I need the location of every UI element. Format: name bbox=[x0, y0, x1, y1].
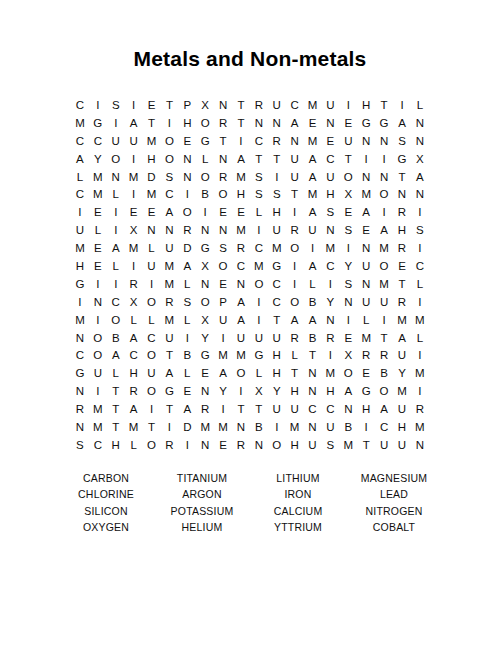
grid-cell-r8c17: E bbox=[357, 221, 375, 239]
puzzle-title: Metals and Non-metals bbox=[0, 47, 500, 71]
grid-cell-r11c15: I bbox=[321, 275, 339, 293]
grid-cell-r2c7: H bbox=[178, 114, 196, 132]
grid-cell-r4c2: Y bbox=[89, 150, 107, 168]
grid-cell-r19c6: I bbox=[160, 418, 178, 436]
grid-cell-r18c5: I bbox=[143, 400, 161, 418]
grid-cell-r18c6: T bbox=[160, 400, 178, 418]
grid-cell-r17c13: H bbox=[286, 382, 304, 400]
word-list-item: MAGNESIUM bbox=[346, 470, 442, 486]
grid-cell-r7c4: E bbox=[125, 203, 143, 221]
grid-cell-r9c15: M bbox=[321, 239, 339, 257]
grid-cell-r16c10: O bbox=[232, 364, 250, 382]
grid-cell-r13c11: I bbox=[250, 311, 268, 329]
grid-cell-r6c7: I bbox=[178, 185, 196, 203]
grid-cell-r13c17: L bbox=[357, 311, 375, 329]
grid-cell-r16c17: E bbox=[357, 364, 375, 382]
grid-cell-r9c10: R bbox=[232, 239, 250, 257]
grid-cell-r12c3: C bbox=[107, 293, 125, 311]
grid-cell-r14c10: U bbox=[232, 329, 250, 347]
grid-cell-r11c11: O bbox=[250, 275, 268, 293]
grid-cell-r7c16: E bbox=[339, 203, 357, 221]
grid-cell-r15c11: G bbox=[250, 346, 268, 364]
grid-cell-r15c17: R bbox=[357, 346, 375, 364]
grid-cell-r9c14: I bbox=[304, 239, 322, 257]
grid-cell-r13c20: M bbox=[411, 311, 429, 329]
grid-cell-r20c17: T bbox=[357, 436, 375, 454]
grid-cell-r8c5: N bbox=[143, 221, 161, 239]
grid-cell-r18c8: R bbox=[196, 400, 214, 418]
grid-cell-r17c4: R bbox=[125, 382, 143, 400]
grid-cell-r17c18: O bbox=[375, 382, 393, 400]
grid-cell-r10c12: G bbox=[268, 257, 286, 275]
grid-cell-r19c3: T bbox=[107, 418, 125, 436]
grid-cell-r1c10: T bbox=[232, 96, 250, 114]
grid-cell-r12c4: X bbox=[125, 293, 143, 311]
grid-cell-r1c17: H bbox=[357, 96, 375, 114]
grid-cell-r20c1: S bbox=[71, 436, 89, 454]
grid-cell-r1c6: T bbox=[160, 96, 178, 114]
grid-cell-r8c15: N bbox=[321, 221, 339, 239]
grid-cell-r16c7: L bbox=[178, 364, 196, 382]
grid-cell-r4c13: U bbox=[286, 150, 304, 168]
grid-cell-r10c19: E bbox=[393, 257, 411, 275]
grid-cell-r3c1: C bbox=[71, 132, 89, 150]
grid-cell-r10c20: C bbox=[411, 257, 429, 275]
grid-cell-r14c18: T bbox=[375, 329, 393, 347]
grid-cell-r9c4: M bbox=[125, 239, 143, 257]
grid-cell-r20c6: R bbox=[160, 436, 178, 454]
grid-cell-r2c11: N bbox=[250, 114, 268, 132]
grid-cell-r12c13: O bbox=[286, 293, 304, 311]
grid-cell-r1c8: X bbox=[196, 96, 214, 114]
grid-cell-r20c2: C bbox=[89, 436, 107, 454]
grid-cell-r20c13: H bbox=[286, 436, 304, 454]
grid-cell-r17c6: G bbox=[160, 382, 178, 400]
grid-cell-r17c2: I bbox=[89, 382, 107, 400]
grid-cell-r6c11: S bbox=[250, 185, 268, 203]
grid-cell-r14c20: L bbox=[411, 329, 429, 347]
grid-cell-r16c3: L bbox=[107, 364, 125, 382]
grid-cell-r11c16: S bbox=[339, 275, 357, 293]
grid-cell-r17c16: A bbox=[339, 382, 357, 400]
grid-cell-r13c16: I bbox=[339, 311, 357, 329]
grid-cell-r16c13: T bbox=[286, 364, 304, 382]
grid-cell-r14c13: R bbox=[286, 329, 304, 347]
grid-cell-r5c4: M bbox=[125, 168, 143, 186]
word-list-item: CARBON bbox=[58, 470, 154, 486]
grid-cell-r18c7: A bbox=[178, 400, 196, 418]
grid-cell-r16c5: U bbox=[143, 364, 161, 382]
grid-cell-r19c5: T bbox=[143, 418, 161, 436]
grid-cell-r11c4: R bbox=[125, 275, 143, 293]
grid-cell-r6c3: L bbox=[107, 185, 125, 203]
grid-cell-r2c9: R bbox=[214, 114, 232, 132]
grid-cell-r8c16: S bbox=[339, 221, 357, 239]
grid-cell-r4c19: G bbox=[393, 150, 411, 168]
word-list-item: ARGON bbox=[154, 486, 250, 502]
grid-cell-r15c12: H bbox=[268, 346, 286, 364]
grid-cell-r1c13: C bbox=[286, 96, 304, 114]
grid-cell-r14c1: N bbox=[71, 329, 89, 347]
grid-cell-r14c8: Y bbox=[196, 329, 214, 347]
grid-cell-r5c11: S bbox=[250, 168, 268, 186]
grid-cell-r10c6: M bbox=[160, 257, 178, 275]
grid-cell-r13c13: A bbox=[286, 311, 304, 329]
grid-cell-r6c14: M bbox=[304, 185, 322, 203]
grid-cell-r14c7: I bbox=[178, 329, 196, 347]
letter-grid: CISIETPXNTRUCMUIHTILMGIATIHORTNNAENEGGAN… bbox=[71, 96, 429, 454]
grid-cell-r14c12: U bbox=[268, 329, 286, 347]
grid-cell-r6c13: T bbox=[286, 185, 304, 203]
grid-cell-r5c19: T bbox=[393, 168, 411, 186]
grid-cell-r6c9: O bbox=[214, 185, 232, 203]
grid-cell-r2c6: I bbox=[160, 114, 178, 132]
grid-cell-r4c12: T bbox=[268, 150, 286, 168]
grid-cell-r13c12: T bbox=[268, 311, 286, 329]
grid-cell-r10c10: C bbox=[232, 257, 250, 275]
grid-cell-r2c2: G bbox=[89, 114, 107, 132]
grid-cell-r16c16: O bbox=[339, 364, 357, 382]
grid-cell-r10c8: X bbox=[196, 257, 214, 275]
grid-cell-r18c11: T bbox=[250, 400, 268, 418]
grid-cell-r10c17: U bbox=[357, 257, 375, 275]
grid-cell-r6c16: X bbox=[339, 185, 357, 203]
grid-cell-r1c9: N bbox=[214, 96, 232, 114]
grid-cell-r9c17: N bbox=[357, 239, 375, 257]
grid-cell-r17c17: G bbox=[357, 382, 375, 400]
grid-cell-r13c14: A bbox=[304, 311, 322, 329]
grid-cell-r3c13: N bbox=[286, 132, 304, 150]
grid-cell-r16c9: A bbox=[214, 364, 232, 382]
grid-cell-r19c8: M bbox=[196, 418, 214, 436]
grid-cell-r14c2: O bbox=[89, 329, 107, 347]
grid-cell-r5c14: A bbox=[304, 168, 322, 186]
grid-cell-r15c4: C bbox=[125, 346, 143, 364]
word-search-page: Metals and Non-metals CISIETPXNTRUCMUIHT… bbox=[0, 0, 500, 647]
grid-cell-r5c18: N bbox=[375, 168, 393, 186]
grid-cell-r3c19: S bbox=[393, 132, 411, 150]
grid-cell-r6c18: O bbox=[375, 185, 393, 203]
grid-cell-r20c5: O bbox=[143, 436, 161, 454]
grid-cell-r20c14: U bbox=[304, 436, 322, 454]
grid-cell-r13c3: O bbox=[107, 311, 125, 329]
grid-cell-r18c1: R bbox=[71, 400, 89, 418]
grid-cell-r16c14: N bbox=[304, 364, 322, 382]
grid-cell-r16c1: G bbox=[71, 364, 89, 382]
grid-cell-r12c7: S bbox=[178, 293, 196, 311]
grid-cell-r3c14: M bbox=[304, 132, 322, 150]
grid-cell-r5c12: I bbox=[268, 168, 286, 186]
grid-cell-r17c15: H bbox=[321, 382, 339, 400]
grid-cell-r16c20: M bbox=[411, 364, 429, 382]
grid-cell-r1c2: I bbox=[89, 96, 107, 114]
grid-cell-r18c16: N bbox=[339, 400, 357, 418]
grid-cell-r11c19: T bbox=[393, 275, 411, 293]
grid-cell-r8c19: H bbox=[393, 221, 411, 239]
grid-cell-r16c8: E bbox=[196, 364, 214, 382]
grid-cell-r10c9: O bbox=[214, 257, 232, 275]
grid-cell-r12c11: I bbox=[250, 293, 268, 311]
grid-cell-r15c19: U bbox=[393, 346, 411, 364]
grid-cell-r9c16: I bbox=[339, 239, 357, 257]
grid-cell-r13c5: L bbox=[143, 311, 161, 329]
grid-cell-r13c18: I bbox=[375, 311, 393, 329]
grid-cell-r4c7: N bbox=[178, 150, 196, 168]
grid-cell-r6c4: I bbox=[125, 185, 143, 203]
grid-cell-r19c11: B bbox=[250, 418, 268, 436]
word-list-item: NITROGEN bbox=[346, 503, 442, 519]
grid-cell-r2c16: E bbox=[339, 114, 357, 132]
grid-cell-r9c6: U bbox=[160, 239, 178, 257]
grid-cell-r19c12: I bbox=[268, 418, 286, 436]
grid-cell-r20c20: N bbox=[411, 436, 429, 454]
grid-cell-r2c12: N bbox=[268, 114, 286, 132]
grid-cell-r11c17: N bbox=[357, 275, 375, 293]
word-list-item: OXYGEN bbox=[58, 519, 154, 535]
grid-cell-r1c19: I bbox=[393, 96, 411, 114]
grid-cell-r19c18: C bbox=[375, 418, 393, 436]
grid-cell-r17c20: I bbox=[411, 382, 429, 400]
grid-cell-r18c10: T bbox=[232, 400, 250, 418]
grid-cell-r3c2: C bbox=[89, 132, 107, 150]
grid-cell-r12c18: U bbox=[375, 293, 393, 311]
grid-cell-r12c16: N bbox=[339, 293, 357, 311]
grid-cell-r7c13: I bbox=[286, 203, 304, 221]
grid-cell-r10c1: H bbox=[71, 257, 89, 275]
grid-cell-r6c1: C bbox=[71, 185, 89, 203]
grid-cell-r3c11: C bbox=[250, 132, 268, 150]
grid-cell-r4c4: I bbox=[125, 150, 143, 168]
grid-cell-r17c9: Y bbox=[214, 382, 232, 400]
grid-cell-r3c5: M bbox=[143, 132, 161, 150]
grid-cell-r3c4: U bbox=[125, 132, 143, 150]
grid-cell-r12c8: O bbox=[196, 293, 214, 311]
grid-cell-r18c14: C bbox=[304, 400, 322, 418]
grid-cell-r20c18: U bbox=[375, 436, 393, 454]
grid-cell-r12c2: N bbox=[89, 293, 107, 311]
grid-cell-r16c19: Y bbox=[393, 364, 411, 382]
grid-cell-r7c7: O bbox=[178, 203, 196, 221]
grid-cell-r5c5: D bbox=[143, 168, 161, 186]
grid-cell-r14c9: I bbox=[214, 329, 232, 347]
grid-cell-r11c6: M bbox=[160, 275, 178, 293]
grid-cell-r6c6: C bbox=[160, 185, 178, 203]
grid-cell-r14c15: R bbox=[321, 329, 339, 347]
word-list-item: POTASSIUM bbox=[154, 503, 250, 519]
grid-cell-r5c7: N bbox=[178, 168, 196, 186]
grid-cell-r15c3: A bbox=[107, 346, 125, 364]
grid-cell-r1c18: T bbox=[375, 96, 393, 114]
grid-cell-r7c12: H bbox=[268, 203, 286, 221]
grid-cell-r15c16: X bbox=[339, 346, 357, 364]
grid-cell-r5c2: M bbox=[89, 168, 107, 186]
grid-cell-r11c18: M bbox=[375, 275, 393, 293]
grid-cell-r6c10: H bbox=[232, 185, 250, 203]
grid-cell-r8c8: N bbox=[196, 221, 214, 239]
grid-cell-r19c13: M bbox=[286, 418, 304, 436]
grid-cell-r10c15: C bbox=[321, 257, 339, 275]
grid-cell-r4c9: N bbox=[214, 150, 232, 168]
grid-cell-r20c16: M bbox=[339, 436, 357, 454]
grid-cell-r6c5: M bbox=[143, 185, 161, 203]
grid-cell-r12c12: C bbox=[268, 293, 286, 311]
grid-cell-r3c18: N bbox=[375, 132, 393, 150]
grid-cell-r20c10: R bbox=[232, 436, 250, 454]
grid-cell-r9c20: I bbox=[411, 239, 429, 257]
grid-cell-r2c14: E bbox=[304, 114, 322, 132]
grid-cell-r9c12: M bbox=[268, 239, 286, 257]
grid-cell-r4c3: O bbox=[107, 150, 125, 168]
grid-cell-r15c15: I bbox=[321, 346, 339, 364]
grid-cell-r3c17: N bbox=[357, 132, 375, 150]
grid-cell-r14c17: M bbox=[357, 329, 375, 347]
grid-cell-r13c2: I bbox=[89, 311, 107, 329]
grid-cell-r19c14: N bbox=[304, 418, 322, 436]
grid-cell-r13c1: M bbox=[71, 311, 89, 329]
grid-cell-r20c3: H bbox=[107, 436, 125, 454]
grid-cell-r3c3: U bbox=[107, 132, 125, 150]
grid-cell-r11c2: I bbox=[89, 275, 107, 293]
grid-cell-r1c4: I bbox=[125, 96, 143, 114]
grid-cell-r19c20: M bbox=[411, 418, 429, 436]
grid-cell-r9c9: S bbox=[214, 239, 232, 257]
grid-cell-r5c9: R bbox=[214, 168, 232, 186]
grid-cell-r11c3: I bbox=[107, 275, 125, 293]
grid-cell-r19c4: M bbox=[125, 418, 143, 436]
grid-cell-r10c18: O bbox=[375, 257, 393, 275]
grid-cell-r8c9: N bbox=[214, 221, 232, 239]
grid-cell-r7c8: I bbox=[196, 203, 214, 221]
grid-cell-r13c7: L bbox=[178, 311, 196, 329]
grid-cell-r2c5: T bbox=[143, 114, 161, 132]
grid-cell-r2c8: O bbox=[196, 114, 214, 132]
grid-cell-r20c11: N bbox=[250, 436, 268, 454]
grid-cell-r18c2: M bbox=[89, 400, 107, 418]
grid-cell-r3c16: U bbox=[339, 132, 357, 150]
grid-cell-r6c2: M bbox=[89, 185, 107, 203]
grid-cell-r1c11: R bbox=[250, 96, 268, 114]
grid-cell-r7c9: E bbox=[214, 203, 232, 221]
grid-cell-r1c14: M bbox=[304, 96, 322, 114]
grid-cell-r14c5: C bbox=[143, 329, 161, 347]
grid-cell-r7c20: I bbox=[411, 203, 429, 221]
grid-cell-r5c17: N bbox=[357, 168, 375, 186]
grid-cell-r15c10: M bbox=[232, 346, 250, 364]
grid-cell-r17c11: X bbox=[250, 382, 268, 400]
grid-cell-r7c3: I bbox=[107, 203, 125, 221]
grid-cell-r11c13: I bbox=[286, 275, 304, 293]
grid-cell-r9c19: R bbox=[393, 239, 411, 257]
word-list-item: HELIUM bbox=[154, 519, 250, 535]
grid-cell-r14c14: B bbox=[304, 329, 322, 347]
grid-cell-r20c15: S bbox=[321, 436, 339, 454]
grid-cell-r7c15: S bbox=[321, 203, 339, 221]
grid-cell-r15c14: T bbox=[304, 346, 322, 364]
grid-cell-r18c18: A bbox=[375, 400, 393, 418]
word-list-item: IRON bbox=[250, 486, 346, 502]
word-list-item: LEAD bbox=[346, 486, 442, 502]
grid-cell-r11c12: C bbox=[268, 275, 286, 293]
grid-cell-r11c1: G bbox=[71, 275, 89, 293]
grid-cell-r1c12: U bbox=[268, 96, 286, 114]
grid-cell-r3c15: E bbox=[321, 132, 339, 150]
grid-cell-r12c15: Y bbox=[321, 293, 339, 311]
grid-cell-r12c6: R bbox=[160, 293, 178, 311]
grid-cell-r17c3: T bbox=[107, 382, 125, 400]
grid-cell-r11c7: L bbox=[178, 275, 196, 293]
grid-cell-r16c11: L bbox=[250, 364, 268, 382]
grid-cell-r12c9: P bbox=[214, 293, 232, 311]
grid-cell-r17c7: E bbox=[178, 382, 196, 400]
grid-cell-r16c12: H bbox=[268, 364, 286, 382]
grid-cell-r2c10: T bbox=[232, 114, 250, 132]
grid-cell-r8c18: A bbox=[375, 221, 393, 239]
grid-cell-r5c1: L bbox=[71, 168, 89, 186]
word-list-item: SILICON bbox=[58, 503, 154, 519]
grid-cell-r7c1: I bbox=[71, 203, 89, 221]
grid-cell-r8c14: U bbox=[304, 221, 322, 239]
grid-cell-r10c2: E bbox=[89, 257, 107, 275]
grid-cell-r1c1: C bbox=[71, 96, 89, 114]
grid-cell-r17c5: O bbox=[143, 382, 161, 400]
grid-cell-r16c4: H bbox=[125, 364, 143, 382]
grid-cell-r13c19: M bbox=[393, 311, 411, 329]
grid-cell-r19c9: M bbox=[214, 418, 232, 436]
grid-cell-r3c10: I bbox=[232, 132, 250, 150]
grid-cell-r15c1: C bbox=[71, 346, 89, 364]
grid-cell-r8c6: N bbox=[160, 221, 178, 239]
grid-cell-r7c5: E bbox=[143, 203, 161, 221]
word-list-item: CHLORINE bbox=[58, 486, 154, 502]
grid-cell-r3c9: T bbox=[214, 132, 232, 150]
grid-cell-r20c19: U bbox=[393, 436, 411, 454]
grid-cell-r12c14: B bbox=[304, 293, 322, 311]
grid-cell-r16c6: A bbox=[160, 364, 178, 382]
grid-cell-r5c10: M bbox=[232, 168, 250, 186]
grid-cell-r16c2: U bbox=[89, 364, 107, 382]
grid-cell-r4c17: I bbox=[357, 150, 375, 168]
grid-cell-r3c7: E bbox=[178, 132, 196, 150]
grid-cell-r4c6: O bbox=[160, 150, 178, 168]
grid-cell-r2c4: A bbox=[125, 114, 143, 132]
grid-cell-r18c17: H bbox=[357, 400, 375, 418]
grid-cell-r18c13: U bbox=[286, 400, 304, 418]
grid-cell-r8c11: I bbox=[250, 221, 268, 239]
grid-cell-r15c6: T bbox=[160, 346, 178, 364]
grid-cell-r3c20: N bbox=[411, 132, 429, 150]
grid-cell-r4c18: I bbox=[375, 150, 393, 168]
grid-cell-r4c11: T bbox=[250, 150, 268, 168]
grid-cell-r15c5: O bbox=[143, 346, 161, 364]
grid-cell-r15c8: G bbox=[196, 346, 214, 364]
grid-cell-r9c8: G bbox=[196, 239, 214, 257]
grid-cell-r5c3: N bbox=[107, 168, 125, 186]
grid-cell-r11c5: I bbox=[143, 275, 161, 293]
grid-cell-r1c16: I bbox=[339, 96, 357, 114]
grid-cell-r4c15: C bbox=[321, 150, 339, 168]
grid-cell-r14c6: U bbox=[160, 329, 178, 347]
grid-cell-r9c1: M bbox=[71, 239, 89, 257]
grid-cell-r3c6: O bbox=[160, 132, 178, 150]
word-list-item: YTTRIUM bbox=[250, 519, 346, 535]
grid-cell-r18c20: R bbox=[411, 400, 429, 418]
grid-cell-r20c8: N bbox=[196, 436, 214, 454]
grid-cell-r14c11: U bbox=[250, 329, 268, 347]
grid-cell-r9c18: M bbox=[375, 239, 393, 257]
grid-cell-r19c1: N bbox=[71, 418, 89, 436]
grid-cell-r15c20: I bbox=[411, 346, 429, 364]
grid-cell-r10c11: M bbox=[250, 257, 268, 275]
